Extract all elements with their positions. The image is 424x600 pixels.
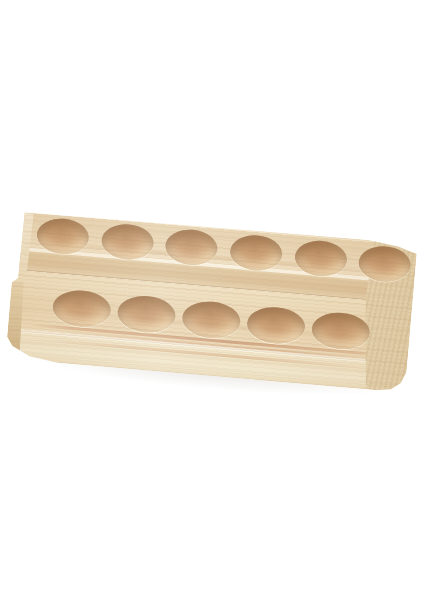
pit-layer (8, 209, 420, 244)
photo-background (0, 0, 424, 600)
